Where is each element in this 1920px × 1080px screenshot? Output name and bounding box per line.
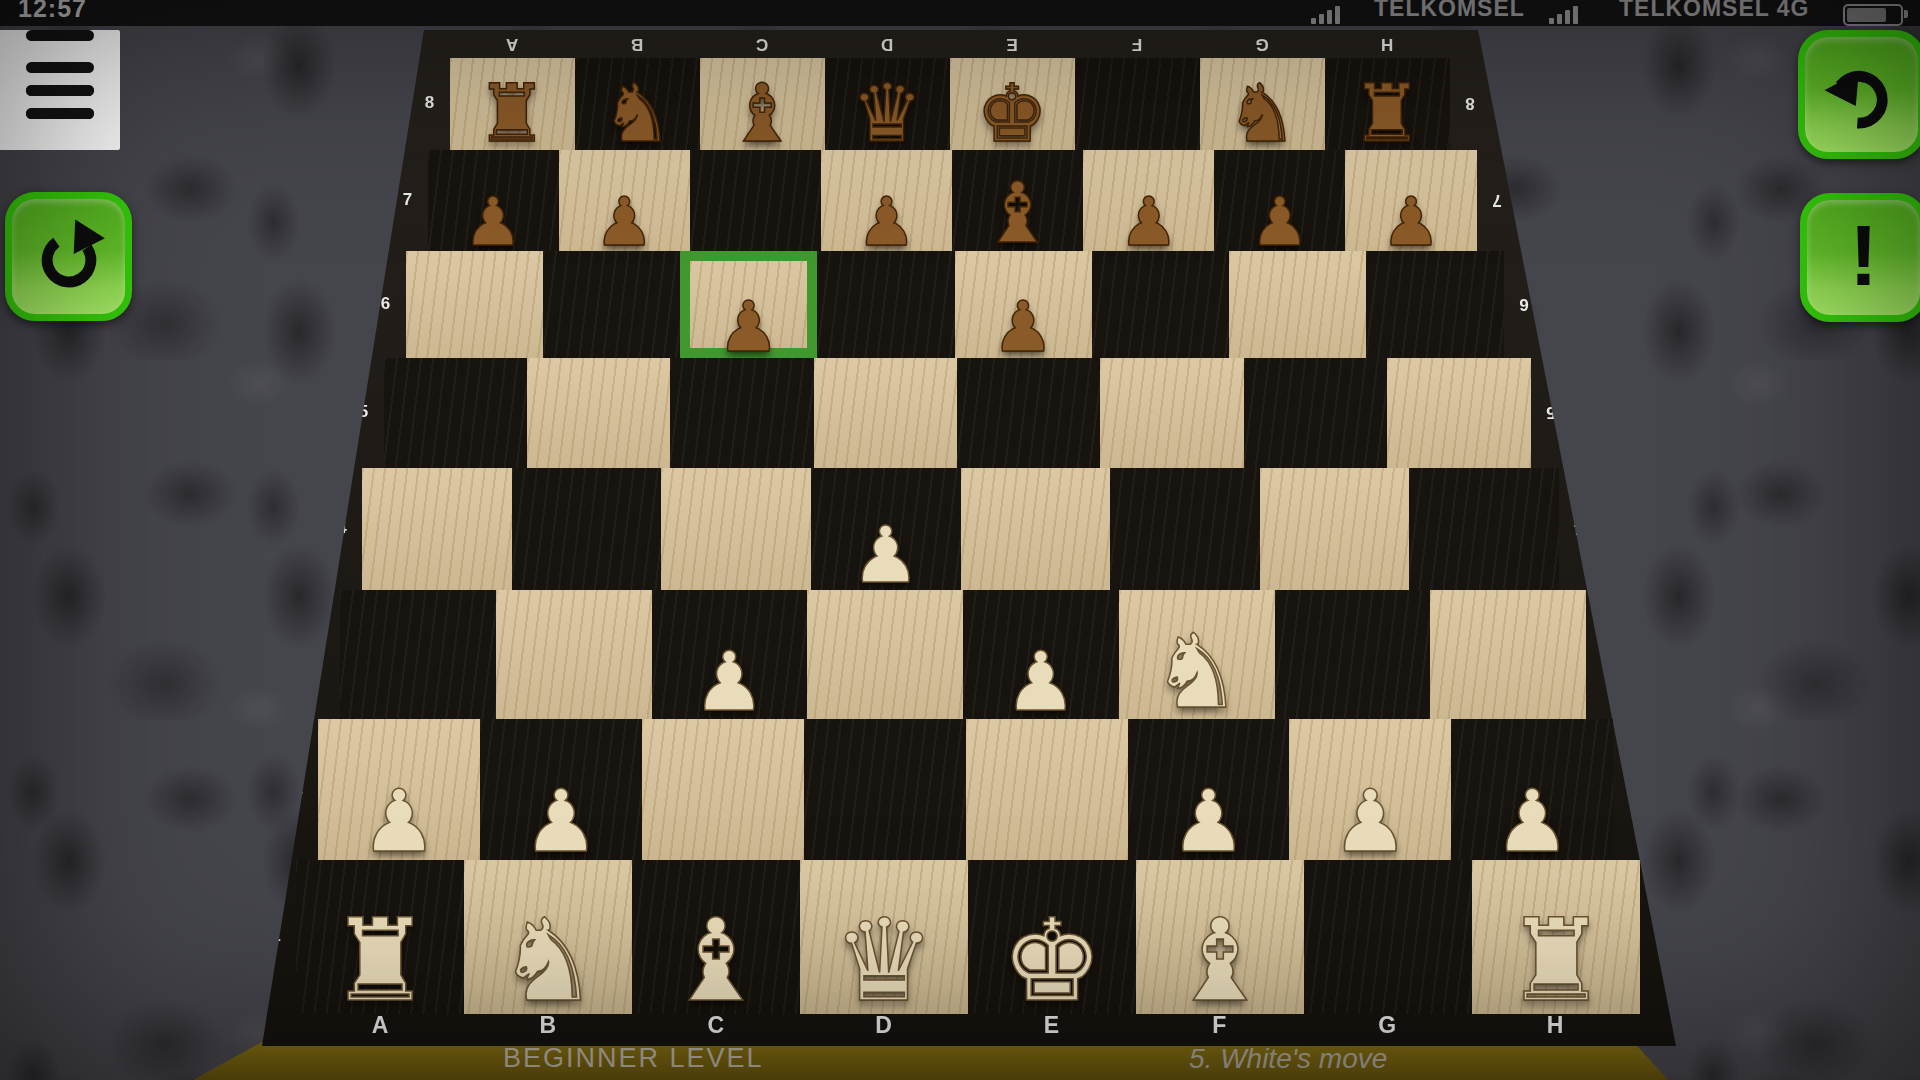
square-d7[interactable]: ♟ [821,150,952,251]
rank-4: ♟ [362,468,1559,590]
square-g6[interactable] [1229,251,1366,358]
white-pawn[interactable]: ♟ [1289,778,1451,864]
square-b5[interactable] [527,358,670,468]
square-c6[interactable]: ♟ [680,251,817,358]
rotate-board-icon [30,218,108,296]
rank-label-left: 6 [374,294,398,314]
rank-6: ♟♟ [406,251,1504,358]
square-a4[interactable] [362,468,512,590]
black-rook[interactable]: ♜ [450,74,575,154]
square-f4[interactable] [1110,468,1260,590]
white-bishop[interactable]: ♝ [632,904,800,1018]
carrier-4g-label: TELKOMSEL 4G [1619,0,1810,22]
square-e4[interactable] [961,468,1111,590]
square-d4[interactable]: ♟ [811,468,961,590]
file-label-top: C [747,34,777,54]
black-knight[interactable]: ♞ [575,74,700,154]
square-e5[interactable] [957,358,1100,468]
square-g3[interactable] [1275,590,1431,719]
rank-label-left: 8 [418,93,442,113]
square-d5[interactable] [814,358,957,468]
white-pawn[interactable]: ♟ [652,641,808,723]
square-h8[interactable]: ♜ [1325,58,1450,150]
rank-3: ♟♟♞ [340,590,1586,719]
square-f3[interactable]: ♞ [1119,590,1275,719]
file-label-top: B [622,34,652,54]
square-e7[interactable]: ♝ [952,150,1083,251]
chess-app-screen: { "game": "chess", "app_context": "3D ch… [0,0,1920,1080]
square-g7[interactable]: ♟ [1214,150,1345,251]
square-h5[interactable] [1387,358,1530,468]
rank-label-right: 3 [1594,644,1618,664]
file-label-top: G [1247,34,1277,54]
square-h2[interactable]: ♟ [1451,719,1613,860]
square-c7[interactable] [690,150,821,251]
square-a6[interactable] [406,251,543,358]
menu-button[interactable] [0,30,120,150]
square-h6[interactable] [1366,251,1503,358]
rank-label-right: 7 [1485,190,1509,210]
black-pawn[interactable]: ♟ [428,188,559,255]
square-g8[interactable]: ♞ [1200,58,1325,150]
square-f7[interactable]: ♟ [1083,150,1214,251]
black-pawn[interactable]: ♟ [1214,188,1345,255]
carrier-label: TELKOMSEL [1374,0,1525,22]
rank-7: ♟♟♟♝♟♟♟ [428,150,1477,251]
rank-label-left: 3 [308,644,332,664]
square-b8[interactable]: ♞ [575,58,700,150]
rank-label-right: 8 [1458,93,1482,113]
square-a1[interactable]: ♜ [296,860,464,1014]
black-king[interactable]: ♚ [950,74,1075,154]
file-label-top: F [1122,34,1152,54]
square-a2[interactable]: ♟ [318,719,480,860]
square-b4[interactable] [512,468,662,590]
square-b2[interactable]: ♟ [480,719,642,860]
square-a5[interactable] [384,358,527,468]
white-pawn[interactable]: ♟ [963,641,1119,723]
rank-label-left: 1 [264,926,288,946]
file-label-top: E [997,34,1027,54]
square-d6[interactable] [817,251,954,358]
square-e8[interactable]: ♚ [950,58,1075,150]
rank-2: ♟♟♟♟♟ [318,719,1613,860]
square-a8[interactable]: ♜ [450,58,575,150]
rank-label-left: 5 [352,402,376,422]
difficulty-label: BEGINNER LEVEL [503,1043,764,1074]
square-f5[interactable] [1100,358,1243,468]
square-g2[interactable]: ♟ [1289,719,1451,860]
square-e1[interactable]: ♚ [968,860,1136,1014]
file-label-top: H [1372,34,1402,54]
signal-bars-icon [1311,6,1347,24]
square-f2[interactable]: ♟ [1128,719,1290,860]
undo-button[interactable] [1798,30,1920,159]
status-bar: 12:57 TELKOMSEL TELKOMSEL 4G [0,0,1920,26]
undo-arrow-icon [1823,56,1901,134]
white-pawn[interactable]: ♟ [1451,778,1613,864]
rotate-board-button[interactable] [5,192,132,321]
file-label-bottom: G [1372,1012,1402,1039]
square-d3[interactable] [807,590,963,719]
square-d1[interactable]: ♛ [800,860,968,1014]
rank-label-left: 7 [396,190,420,210]
white-king[interactable]: ♚ [968,904,1136,1018]
square-c3[interactable]: ♟ [652,590,808,719]
square-g1[interactable] [1304,860,1472,1014]
rank-label-right: 5 [1539,402,1563,422]
square-e2[interactable] [966,719,1128,860]
square-c5[interactable] [670,358,813,468]
square-c4[interactable] [661,468,811,590]
battery-icon [1843,4,1903,26]
rank-1: ♜♞♝♛♚♝♜ [296,860,1640,1014]
square-a3[interactable] [340,590,496,719]
square-g5[interactable] [1244,358,1387,468]
clock: 12:57 [18,0,87,23]
rank-5 [384,358,1531,468]
white-rook[interactable]: ♜ [1472,904,1640,1018]
file-label-top: A [497,34,527,54]
rank-label-left: 2 [286,779,310,799]
exclamation-hint-icon: ! [1849,212,1878,298]
square-h7[interactable]: ♟ [1345,150,1476,251]
rank-8: ♜♞♝♛♚♞♜ [450,58,1450,150]
white-queen[interactable]: ♛ [800,904,968,1018]
white-rook[interactable]: ♜ [296,904,464,1018]
square-f1[interactable]: ♝ [1136,860,1304,1014]
black-rook[interactable]: ♜ [1325,74,1450,154]
square-c1[interactable]: ♝ [632,860,800,1014]
square-b6[interactable] [543,251,680,358]
black-bishop[interactable]: ♝ [952,171,1083,255]
white-pawn[interactable]: ♟ [811,516,961,594]
black-pawn[interactable]: ♟ [1345,188,1476,255]
black-knight[interactable]: ♞ [1200,74,1325,154]
rank-label-left: 4 [330,518,354,538]
square-f8[interactable] [1075,58,1200,150]
square-e3[interactable]: ♟ [963,590,1119,719]
square-g4[interactable] [1260,468,1410,590]
rank-label-right: 2 [1621,779,1645,799]
square-d8[interactable]: ♛ [825,58,950,150]
rank-label-right: 1 [1648,926,1672,946]
square-b3[interactable] [496,590,652,719]
black-pawn[interactable]: ♟ [821,188,952,255]
move-status-label: 5. White's move [1189,1043,1387,1075]
square-f6[interactable] [1092,251,1229,358]
black-pawn[interactable]: ♟ [680,292,817,362]
square-e6[interactable]: ♟ [955,251,1092,358]
black-pawn[interactable]: ♟ [1083,188,1214,255]
square-c2[interactable] [642,719,804,860]
rank-label-right: 4 [1567,518,1591,538]
square-h1[interactable]: ♜ [1472,860,1640,1014]
hint-button[interactable]: ! [1800,193,1920,322]
square-b7[interactable]: ♟ [559,150,690,251]
file-label-top: D [872,34,902,54]
white-knight[interactable]: ♞ [1119,621,1275,723]
black-queen[interactable]: ♛ [825,74,950,154]
white-pawn[interactable]: ♟ [1128,778,1290,864]
square-c8[interactable]: ♝ [700,58,825,150]
square-a7[interactable]: ♟ [428,150,559,251]
signal-bars-icon [1549,6,1585,24]
square-h3[interactable] [1430,590,1586,719]
white-bishop[interactable]: ♝ [1136,904,1304,1018]
square-d2[interactable] [804,719,966,860]
black-bishop[interactable]: ♝ [700,74,825,154]
black-pawn[interactable]: ♟ [955,292,1092,362]
square-h4[interactable] [1409,468,1559,590]
white-knight[interactable]: ♞ [464,904,632,1018]
black-pawn[interactable]: ♟ [559,188,690,255]
rank-label-right: 6 [1512,294,1536,314]
white-pawn[interactable]: ♟ [480,778,642,864]
white-pawn[interactable]: ♟ [318,778,480,864]
square-b1[interactable]: ♞ [464,860,632,1014]
